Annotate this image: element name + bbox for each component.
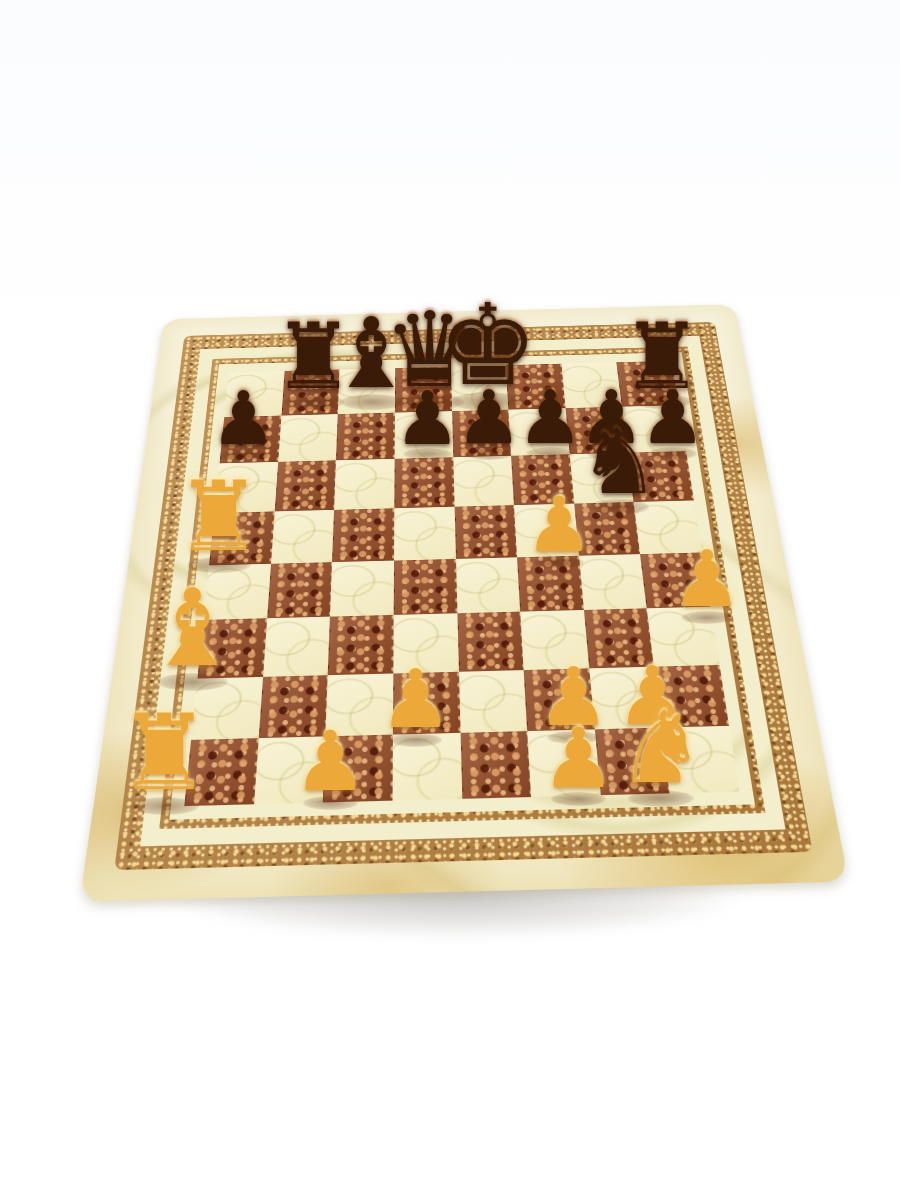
square-b3[interactable] [263,617,330,677]
product-photo-scene: ♜♝♛♚♜♟♟♟♟♟♟♞♜♟♟♝♟♟♟♜♟♟♞ [0,0,900,1200]
piece-light-rook-a1[interactable]: ♜ [95,701,235,806]
square-c5[interactable] [332,508,394,562]
piece-light-pawn-h4[interactable]: ♟ [637,540,777,618]
square-e4[interactable] [456,557,521,614]
square-d4[interactable] [394,559,457,616]
piece-dark-pawn-a7[interactable]: ♟ [174,381,314,455]
piece-light-pawn-c1[interactable]: ♟ [260,720,400,803]
piece-light-bishop-a3[interactable]: ♝ [122,575,262,682]
square-c4[interactable] [330,560,394,617]
piece-light-pawn-f5[interactable]: ♟ [489,487,629,563]
square-b4[interactable] [267,562,332,619]
piece-light-pawn-f1[interactable]: ♟ [509,717,649,800]
square-d5[interactable] [394,507,456,561]
piece-light-rook-a5[interactable]: ♜ [149,468,289,565]
square-c6[interactable] [334,459,394,510]
square-d6[interactable] [394,457,454,508]
